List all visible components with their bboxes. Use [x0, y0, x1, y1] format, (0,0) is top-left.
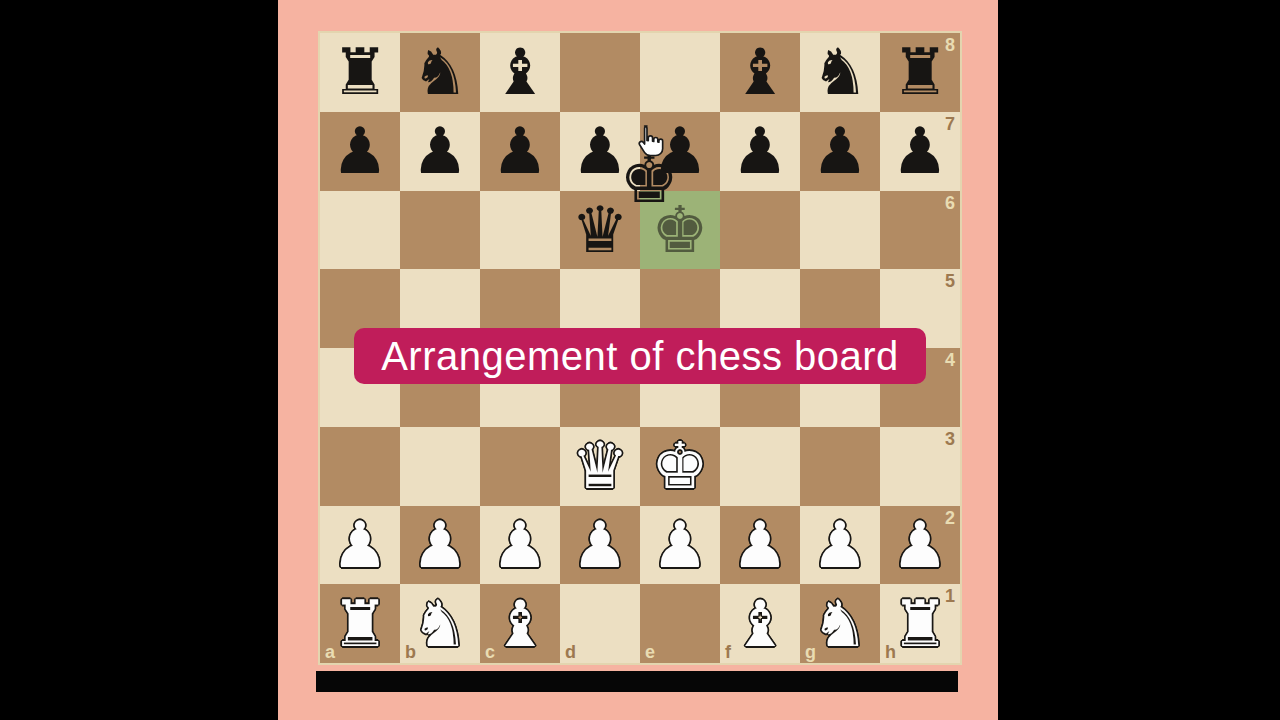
- piece-black-knight[interactable]: ♞: [411, 40, 468, 104]
- piece-white-pawn[interactable]: ♟: [571, 513, 628, 577]
- square-f6[interactable]: [720, 191, 800, 270]
- piece-white-king[interactable]: ♚: [651, 434, 708, 498]
- piece-white-rook[interactable]: ♜: [331, 592, 388, 656]
- square-b3[interactable]: [400, 427, 480, 506]
- left-black-bar: [0, 0, 278, 720]
- right-black-bar: [998, 0, 1280, 720]
- square-a3[interactable]: [320, 427, 400, 506]
- square-g6[interactable]: [800, 191, 880, 270]
- file-label-f: f: [725, 643, 731, 661]
- square-f3[interactable]: [720, 427, 800, 506]
- piece-white-knight[interactable]: ♞: [811, 592, 868, 656]
- square-d2[interactable]: ♟: [560, 506, 640, 585]
- bottom-black-strip: [316, 671, 958, 692]
- square-c3[interactable]: [480, 427, 560, 506]
- piece-white-queen[interactable]: ♛: [571, 434, 628, 498]
- square-g1[interactable]: g♞: [800, 584, 880, 663]
- square-a6[interactable]: [320, 191, 400, 270]
- square-c8[interactable]: ♝: [480, 33, 560, 112]
- piece-black-pawn[interactable]: ♟: [891, 119, 948, 183]
- piece-white-pawn[interactable]: ♟: [331, 513, 388, 577]
- square-g7[interactable]: ♟: [800, 112, 880, 191]
- square-f8[interactable]: ♝: [720, 33, 800, 112]
- piece-black-bishop[interactable]: ♝: [731, 40, 788, 104]
- square-b8[interactable]: ♞: [400, 33, 480, 112]
- piece-white-bishop[interactable]: ♝: [731, 592, 788, 656]
- square-b6[interactable]: [400, 191, 480, 270]
- piece-black-rook[interactable]: ♜: [891, 40, 948, 104]
- square-c2[interactable]: ♟: [480, 506, 560, 585]
- square-d1[interactable]: d: [560, 584, 640, 663]
- square-h7[interactable]: 7♟: [880, 112, 960, 191]
- piece-white-bishop[interactable]: ♝: [491, 592, 548, 656]
- piece-black-pawn[interactable]: ♟: [571, 119, 628, 183]
- piece-white-pawn[interactable]: ♟: [491, 513, 548, 577]
- square-d3[interactable]: ♛: [560, 427, 640, 506]
- piece-black-bishop[interactable]: ♝: [491, 40, 548, 104]
- piece-white-pawn[interactable]: ♟: [811, 513, 868, 577]
- file-label-e: e: [645, 643, 655, 661]
- piece-black-pawn[interactable]: ♟: [411, 119, 468, 183]
- square-e6[interactable]: ♚: [640, 191, 720, 270]
- rank-label-3: 3: [945, 430, 955, 448]
- square-e3[interactable]: ♚: [640, 427, 720, 506]
- file-label-d: d: [565, 643, 576, 661]
- piece-black-queen[interactable]: ♛: [571, 198, 628, 262]
- square-e2[interactable]: ♟: [640, 506, 720, 585]
- square-a8[interactable]: ♜: [320, 33, 400, 112]
- rank-label-4: 4: [945, 351, 955, 369]
- piece-white-rook[interactable]: ♜: [891, 592, 948, 656]
- pink-backdrop: ♜♞♝♝♞8♜♟♟♟♟♟♟♟7♟♛♚654♛♚3♟♟♟♟♟♟♟2♟a♜b♞c♝d…: [278, 0, 998, 720]
- square-f1[interactable]: f♝: [720, 584, 800, 663]
- square-b7[interactable]: ♟: [400, 112, 480, 191]
- piece-black-pawn[interactable]: ♟: [811, 119, 868, 183]
- piece-white-pawn[interactable]: ♟: [731, 513, 788, 577]
- piece-white-pawn[interactable]: ♟: [411, 513, 468, 577]
- square-c1[interactable]: c♝: [480, 584, 560, 663]
- square-e8[interactable]: [640, 33, 720, 112]
- square-g8[interactable]: ♞: [800, 33, 880, 112]
- square-c6[interactable]: [480, 191, 560, 270]
- caption-text: Arrangement of chess board: [381, 334, 899, 379]
- piece-black-knight[interactable]: ♞: [811, 40, 868, 104]
- square-g3[interactable]: [800, 427, 880, 506]
- square-h6[interactable]: 6: [880, 191, 960, 270]
- piece-white-pawn[interactable]: ♟: [891, 513, 948, 577]
- rank-label-6: 6: [945, 194, 955, 212]
- hand-pointer-cursor-icon: [630, 121, 668, 163]
- caption-banner: Arrangement of chess board: [354, 328, 926, 384]
- piece-black-pawn[interactable]: ♟: [731, 119, 788, 183]
- square-h1[interactable]: 1h♜: [880, 584, 960, 663]
- square-b2[interactable]: ♟: [400, 506, 480, 585]
- piece-white-knight[interactable]: ♞: [411, 592, 468, 656]
- piece-black-rook[interactable]: ♜: [331, 40, 388, 104]
- square-f7[interactable]: ♟: [720, 112, 800, 191]
- square-f2[interactable]: ♟: [720, 506, 800, 585]
- square-h3[interactable]: 3: [880, 427, 960, 506]
- square-d7[interactable]: ♟: [560, 112, 640, 191]
- square-a7[interactable]: ♟: [320, 112, 400, 191]
- piece-black-pawn[interactable]: ♟: [491, 119, 548, 183]
- square-a1[interactable]: a♜: [320, 584, 400, 663]
- square-a2[interactable]: ♟: [320, 506, 400, 585]
- square-d8[interactable]: [560, 33, 640, 112]
- piece-white-pawn[interactable]: ♟: [651, 513, 708, 577]
- square-g2[interactable]: ♟: [800, 506, 880, 585]
- square-e1[interactable]: e: [640, 584, 720, 663]
- square-h2[interactable]: 2♟: [880, 506, 960, 585]
- square-c7[interactable]: ♟: [480, 112, 560, 191]
- piece-black-king[interactable]: ♚: [651, 198, 708, 262]
- rank-label-5: 5: [945, 272, 955, 290]
- square-h8[interactable]: 8♜: [880, 33, 960, 112]
- square-b1[interactable]: b♞: [400, 584, 480, 663]
- piece-black-pawn[interactable]: ♟: [331, 119, 388, 183]
- square-d6[interactable]: ♛: [560, 191, 640, 270]
